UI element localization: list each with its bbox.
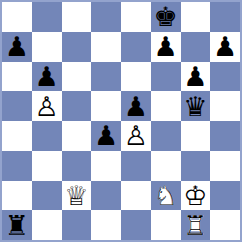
square-e6[interactable] bbox=[121, 62, 151, 92]
square-b4[interactable] bbox=[32, 121, 62, 151]
white-pawn-outline-glyph: ♙ bbox=[121, 121, 151, 151]
square-e1[interactable] bbox=[121, 210, 151, 240]
black-pawn-b6[interactable]: ♟ bbox=[32, 62, 62, 92]
square-a2[interactable] bbox=[2, 181, 32, 211]
square-b2[interactable] bbox=[32, 181, 62, 211]
white-king-g2[interactable]: ♚♔ bbox=[181, 181, 211, 211]
square-e5[interactable]: ♟ bbox=[121, 91, 151, 121]
square-g8[interactable] bbox=[181, 2, 211, 32]
square-d1[interactable] bbox=[91, 210, 121, 240]
square-f7[interactable]: ♟ bbox=[151, 32, 181, 62]
square-g7[interactable] bbox=[181, 32, 211, 62]
black-pawn-f7[interactable]: ♟ bbox=[151, 32, 181, 62]
black-pawn-g6[interactable]: ♟ bbox=[181, 62, 211, 92]
square-f6[interactable] bbox=[151, 62, 181, 92]
black-rook-a1[interactable]: ♜ bbox=[2, 210, 32, 240]
square-b5[interactable]: ♟♙ bbox=[32, 91, 62, 121]
white-pawn-outline-glyph: ♙ bbox=[32, 91, 62, 121]
square-d2[interactable] bbox=[91, 181, 121, 211]
white-pawn-b5[interactable]: ♟♙ bbox=[32, 91, 62, 121]
square-h8[interactable] bbox=[210, 2, 240, 32]
square-c1[interactable] bbox=[62, 210, 92, 240]
square-b6[interactable]: ♟ bbox=[32, 62, 62, 92]
square-g3[interactable] bbox=[181, 151, 211, 181]
square-a5[interactable] bbox=[2, 91, 32, 121]
white-knight-outline-glyph: ♘ bbox=[151, 181, 181, 211]
black-queen-g5[interactable]: ♛ bbox=[181, 91, 211, 121]
square-f3[interactable] bbox=[151, 151, 181, 181]
square-a8[interactable] bbox=[2, 2, 32, 32]
square-e4[interactable]: ♟♙ bbox=[121, 121, 151, 151]
square-c8[interactable] bbox=[62, 2, 92, 32]
black-pawn-d4[interactable]: ♟ bbox=[91, 121, 121, 151]
square-a4[interactable] bbox=[2, 121, 32, 151]
square-c6[interactable] bbox=[62, 62, 92, 92]
square-c7[interactable] bbox=[62, 32, 92, 62]
square-f5[interactable] bbox=[151, 91, 181, 121]
square-b1[interactable] bbox=[32, 210, 62, 240]
square-g4[interactable] bbox=[181, 121, 211, 151]
white-king-outline-glyph: ♔ bbox=[181, 181, 211, 211]
square-h7[interactable]: ♟ bbox=[210, 32, 240, 62]
square-h6[interactable] bbox=[210, 62, 240, 92]
square-e7[interactable] bbox=[121, 32, 151, 62]
square-f1[interactable] bbox=[151, 210, 181, 240]
square-d6[interactable] bbox=[91, 62, 121, 92]
square-d5[interactable] bbox=[91, 91, 121, 121]
square-d4[interactable]: ♟ bbox=[91, 121, 121, 151]
square-d3[interactable] bbox=[91, 151, 121, 181]
white-rook-g1[interactable]: ♜♖ bbox=[181, 210, 211, 240]
square-g1[interactable]: ♜♖ bbox=[181, 210, 211, 240]
square-a6[interactable] bbox=[2, 62, 32, 92]
square-c5[interactable] bbox=[62, 91, 92, 121]
square-f2[interactable]: ♞♘ bbox=[151, 181, 181, 211]
square-e8[interactable] bbox=[121, 2, 151, 32]
square-g5[interactable]: ♛ bbox=[181, 91, 211, 121]
square-d7[interactable] bbox=[91, 32, 121, 62]
square-h3[interactable] bbox=[210, 151, 240, 181]
chess-board: ♚♟♟♟♟♟♟♙♟♛♟♟♙♛♕♞♘♚♔♜♜♖ bbox=[0, 0, 242, 242]
square-g2[interactable]: ♚♔ bbox=[181, 181, 211, 211]
square-b7[interactable] bbox=[32, 32, 62, 62]
square-g6[interactable]: ♟ bbox=[181, 62, 211, 92]
square-b8[interactable] bbox=[32, 2, 62, 32]
square-a7[interactable]: ♟ bbox=[2, 32, 32, 62]
square-a1[interactable]: ♜ bbox=[2, 210, 32, 240]
black-pawn-a7[interactable]: ♟ bbox=[2, 32, 32, 62]
square-h4[interactable] bbox=[210, 121, 240, 151]
white-rook-outline-glyph: ♖ bbox=[181, 210, 211, 240]
square-a3[interactable] bbox=[2, 151, 32, 181]
white-queen-c2[interactable]: ♛♕ bbox=[62, 181, 92, 211]
square-h2[interactable] bbox=[210, 181, 240, 211]
white-pawn-e4[interactable]: ♟♙ bbox=[121, 121, 151, 151]
black-pawn-e5[interactable]: ♟ bbox=[121, 91, 151, 121]
black-king-f8[interactable]: ♚ bbox=[151, 2, 181, 32]
square-e2[interactable] bbox=[121, 181, 151, 211]
square-h1[interactable] bbox=[210, 210, 240, 240]
square-f8[interactable]: ♚ bbox=[151, 2, 181, 32]
black-pawn-h7[interactable]: ♟ bbox=[210, 32, 240, 62]
white-queen-outline-glyph: ♕ bbox=[62, 181, 92, 211]
square-c3[interactable] bbox=[62, 151, 92, 181]
square-b3[interactable] bbox=[32, 151, 62, 181]
square-c4[interactable] bbox=[62, 121, 92, 151]
white-knight-f2[interactable]: ♞♘ bbox=[151, 181, 181, 211]
square-f4[interactable] bbox=[151, 121, 181, 151]
square-d8[interactable] bbox=[91, 2, 121, 32]
square-e3[interactable] bbox=[121, 151, 151, 181]
square-h5[interactable] bbox=[210, 91, 240, 121]
square-c2[interactable]: ♛♕ bbox=[62, 181, 92, 211]
